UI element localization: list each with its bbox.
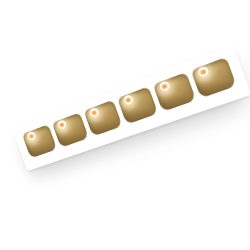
led-source-6: [197, 65, 210, 78]
led-source-3: [89, 106, 100, 117]
reflector-cell-4: [117, 86, 158, 124]
reflector-cell-3: [84, 100, 123, 137]
reflector-cell-1: [22, 124, 57, 158]
led-source-4: [122, 93, 134, 105]
downlight-trim-frame: [12, 45, 250, 171]
led-source-1: [26, 130, 36, 141]
reflector-cell-2: [52, 112, 89, 147]
led-source-5: [158, 80, 170, 92]
product-photo: [0, 0, 250, 250]
reflector-cell-6: [191, 57, 237, 98]
led-source-2: [57, 119, 68, 130]
reflector-cell-5: [153, 72, 196, 112]
